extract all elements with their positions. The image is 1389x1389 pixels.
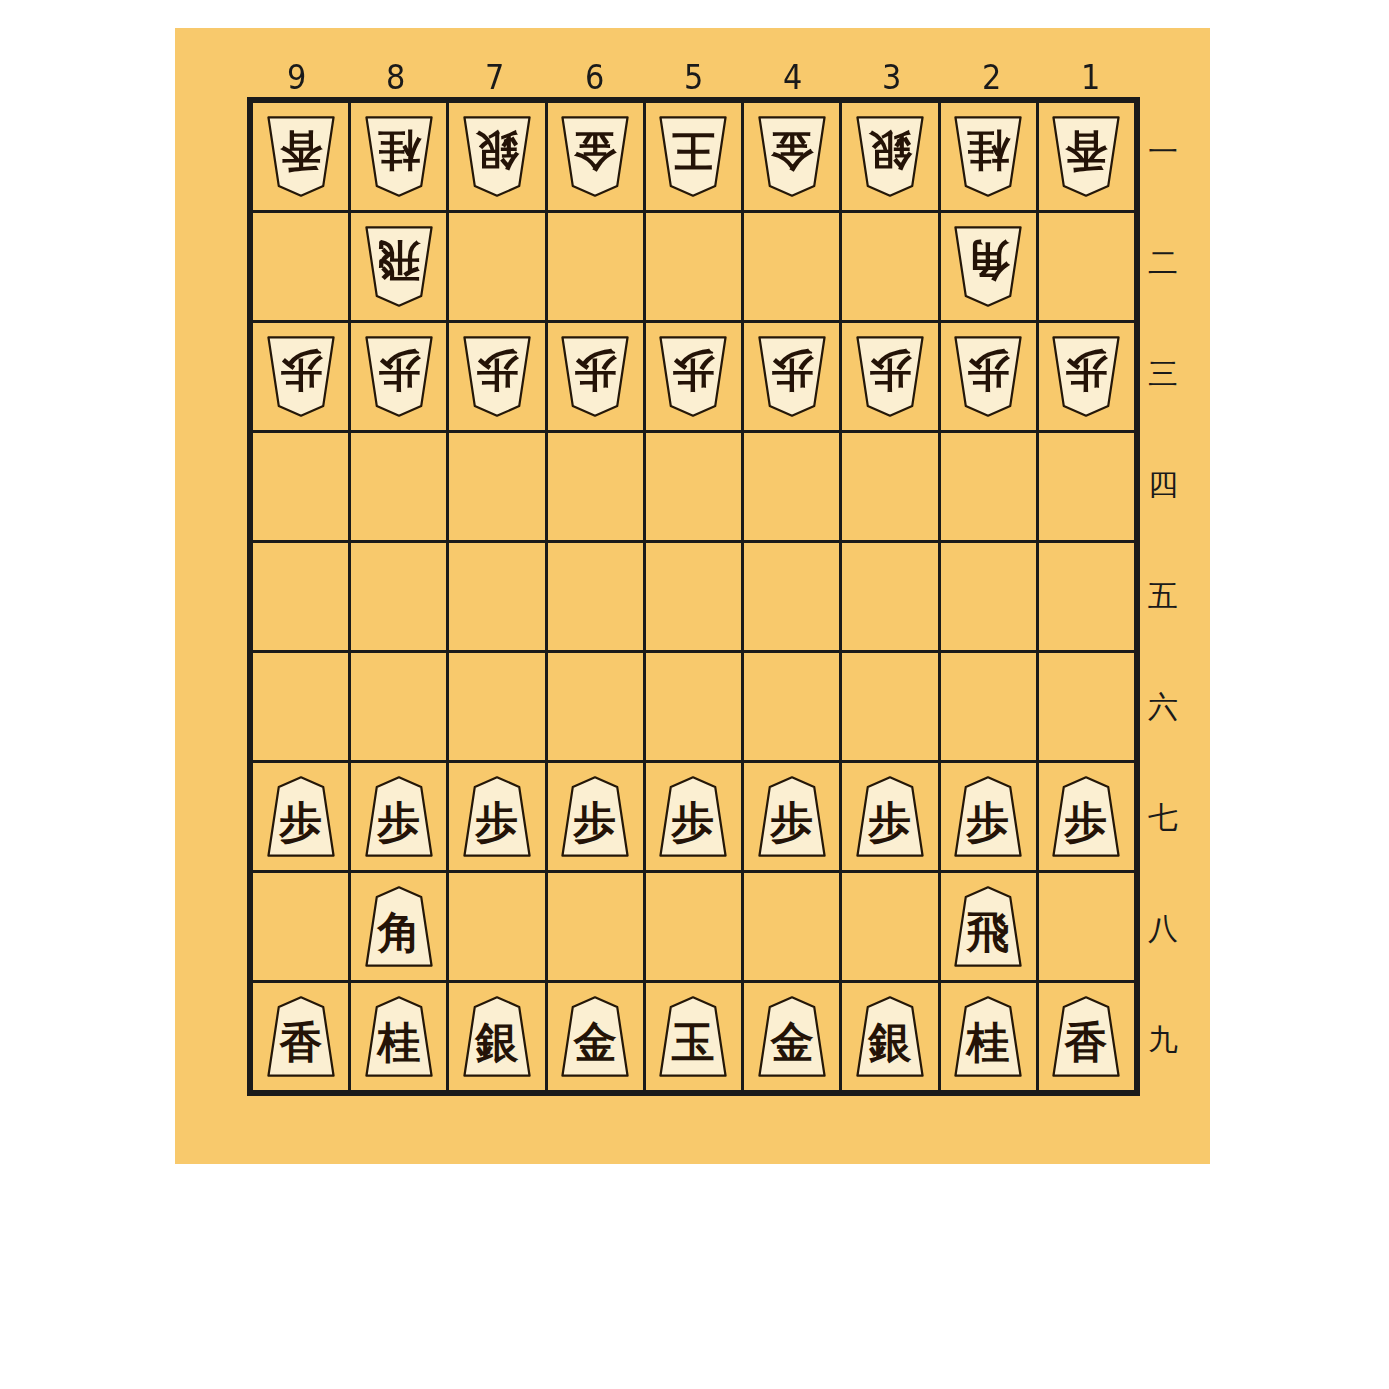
svg-text:歩: 歩 <box>868 346 912 396</box>
square-76[interactable] <box>449 653 544 760</box>
svg-text:桂: 桂 <box>377 126 422 176</box>
file-label: 8 <box>350 54 441 100</box>
piece-lance-gote[interactable]: 香 <box>264 114 338 199</box>
svg-text:歩: 歩 <box>966 797 1010 847</box>
svg-text:角: 角 <box>967 236 1011 286</box>
square-22[interactable]: 角 <box>941 213 1036 320</box>
square-73[interactable]: 歩 <box>449 323 544 430</box>
svg-text:香: 香 <box>1064 1017 1108 1067</box>
square-31[interactable]: 銀 <box>842 103 937 210</box>
file-label: 4 <box>747 54 838 100</box>
square-13[interactable]: 歩 <box>1039 323 1134 430</box>
rank-label: 四 <box>1138 430 1188 541</box>
piece-gold-sente[interactable]: 金 <box>558 994 632 1079</box>
piece-pawn-sente[interactable]: 歩 <box>362 774 436 859</box>
piece-pawn-sente[interactable]: 歩 <box>460 774 534 859</box>
square-67[interactable]: 歩 <box>548 763 643 870</box>
shogi-diagram: 987654321 香桂銀金王金銀桂香飛角歩歩歩歩歩歩歩歩歩歩歩歩歩歩歩歩歩歩角… <box>0 0 1389 1389</box>
square-35[interactable] <box>842 543 937 650</box>
square-46[interactable] <box>744 653 839 760</box>
square-15[interactable] <box>1039 543 1134 650</box>
svg-text:香: 香 <box>278 1017 322 1067</box>
rank-label: 五 <box>1138 541 1188 652</box>
svg-text:銀: 銀 <box>866 1017 911 1067</box>
square-64[interactable] <box>548 433 643 540</box>
piece-gold-gote[interactable]: 金 <box>755 114 829 199</box>
piece-silver-gote[interactable]: 銀 <box>460 114 534 199</box>
square-88[interactable]: 角 <box>351 873 446 980</box>
square-24[interactable] <box>941 433 1036 540</box>
svg-text:歩: 歩 <box>867 797 911 847</box>
svg-text:角: 角 <box>376 907 420 957</box>
square-89[interactable]: 桂 <box>351 983 446 1090</box>
square-43[interactable]: 歩 <box>744 323 839 430</box>
svg-text:歩: 歩 <box>279 346 323 396</box>
svg-text:歩: 歩 <box>377 346 421 396</box>
piece-pawn-sente[interactable]: 歩 <box>264 774 338 859</box>
square-53[interactable]: 歩 <box>646 323 741 430</box>
square-96[interactable] <box>253 653 348 760</box>
svg-text:銀: 銀 <box>474 1017 519 1067</box>
rank-label: 七 <box>1138 763 1188 874</box>
svg-text:飛: 飛 <box>966 907 1010 957</box>
file-label: 5 <box>648 54 739 100</box>
svg-text:玉: 玉 <box>672 1017 715 1067</box>
square-65[interactable] <box>548 543 643 650</box>
square-82[interactable]: 飛 <box>351 213 446 320</box>
rank-label: 三 <box>1138 319 1188 430</box>
square-51[interactable]: 王 <box>646 103 741 210</box>
square-93[interactable]: 歩 <box>253 323 348 430</box>
shogi-board: 987654321 香桂銀金王金銀桂香飛角歩歩歩歩歩歩歩歩歩歩歩歩歩歩歩歩歩歩角… <box>175 28 1210 1164</box>
square-52[interactable] <box>646 213 741 320</box>
piece-knight-gote[interactable]: 桂 <box>951 114 1025 199</box>
legend-row-promoted: と杏圭全馬龍玉 <box>0 1196 1389 1294</box>
square-68[interactable] <box>548 873 643 980</box>
svg-text:銀: 銀 <box>868 126 913 176</box>
square-71[interactable]: 銀 <box>449 103 544 210</box>
piece-knight-sente[interactable]: 桂 <box>951 994 1025 1079</box>
square-91[interactable]: 香 <box>253 103 348 210</box>
svg-text:香: 香 <box>1065 126 1109 176</box>
square-14[interactable] <box>1039 433 1134 540</box>
square-27[interactable]: 歩 <box>941 763 1036 870</box>
piece-pawn-sente[interactable]: 歩 <box>558 774 632 859</box>
square-63[interactable]: 歩 <box>548 323 643 430</box>
square-48[interactable] <box>744 873 839 980</box>
square-42[interactable] <box>744 213 839 320</box>
square-75[interactable] <box>449 543 544 650</box>
piece-pawn-sente[interactable]: 歩 <box>853 774 927 859</box>
svg-text:歩: 歩 <box>376 797 420 847</box>
rank-label: 二 <box>1138 208 1188 319</box>
piece-pawn-sente[interactable]: 歩 <box>951 774 1025 859</box>
square-36[interactable] <box>842 653 937 760</box>
rank-label: 六 <box>1138 652 1188 763</box>
svg-text:歩: 歩 <box>1065 346 1109 396</box>
square-87[interactable]: 歩 <box>351 763 446 870</box>
square-84[interactable] <box>351 433 446 540</box>
square-85[interactable] <box>351 543 446 650</box>
file-label: 2 <box>946 54 1037 100</box>
square-39[interactable]: 銀 <box>842 983 937 1090</box>
svg-text:歩: 歩 <box>967 346 1011 396</box>
svg-text:歩: 歩 <box>769 797 813 847</box>
piece-gold-gote[interactable]: 金 <box>558 114 632 199</box>
svg-text:歩: 歩 <box>475 797 519 847</box>
square-81[interactable]: 桂 <box>351 103 446 210</box>
piece-silver-gote[interactable]: 銀 <box>853 114 927 199</box>
square-66[interactable] <box>548 653 643 760</box>
square-74[interactable] <box>449 433 544 540</box>
square-59[interactable]: 玉 <box>646 983 741 1090</box>
square-95[interactable] <box>253 543 348 650</box>
square-17[interactable]: 歩 <box>1039 763 1134 870</box>
piece-pawn-gote[interactable]: 歩 <box>853 334 927 419</box>
piece-pawn-gote[interactable]: 歩 <box>755 334 829 419</box>
square-61[interactable]: 金 <box>548 103 643 210</box>
square-11[interactable]: 香 <box>1039 103 1134 210</box>
file-label: 7 <box>449 54 540 100</box>
file-label: 1 <box>1045 54 1136 100</box>
square-79[interactable]: 銀 <box>449 983 544 1090</box>
svg-text:歩: 歩 <box>770 346 814 396</box>
file-label: 9 <box>251 54 342 100</box>
file-label: 3 <box>846 54 937 100</box>
svg-text:王: 王 <box>672 126 715 176</box>
board-grid: 香桂銀金王金銀桂香飛角歩歩歩歩歩歩歩歩歩歩歩歩歩歩歩歩歩歩角飛香桂銀金玉金銀桂香 <box>247 97 1140 1096</box>
piece-silver-sente[interactable]: 銀 <box>853 994 927 1079</box>
square-69[interactable]: 金 <box>548 983 643 1090</box>
square-33[interactable]: 歩 <box>842 323 937 430</box>
square-47[interactable]: 歩 <box>744 763 839 870</box>
svg-text:飛: 飛 <box>377 236 421 286</box>
square-38[interactable] <box>842 873 937 980</box>
piece-pawn-sente[interactable]: 歩 <box>1049 774 1123 859</box>
square-18[interactable] <box>1039 873 1134 980</box>
piece-knight-gote[interactable]: 桂 <box>362 114 436 199</box>
svg-text:歩: 歩 <box>671 797 715 847</box>
square-37[interactable]: 歩 <box>842 763 937 870</box>
square-78[interactable] <box>449 873 544 980</box>
piece-pawn-gote[interactable]: 歩 <box>264 334 338 419</box>
square-83[interactable]: 歩 <box>351 323 446 430</box>
square-29[interactable]: 桂 <box>941 983 1036 1090</box>
square-16[interactable] <box>1039 653 1134 760</box>
svg-text:歩: 歩 <box>574 346 618 396</box>
piece-lance-gote[interactable]: 香 <box>1049 114 1123 199</box>
square-49[interactable]: 金 <box>744 983 839 1090</box>
piece-pawn-gote[interactable]: 歩 <box>1049 334 1123 419</box>
svg-text:金: 金 <box>770 126 814 176</box>
rank-labels: 一二三四五六七八九 <box>1138 97 1188 1096</box>
square-62[interactable] <box>548 213 643 320</box>
rank-label: 八 <box>1138 874 1188 985</box>
piece-pawn-gote[interactable]: 歩 <box>951 334 1025 419</box>
square-32[interactable] <box>842 213 937 320</box>
square-57[interactable]: 歩 <box>646 763 741 870</box>
square-56[interactable] <box>646 653 741 760</box>
piece-lance-sente[interactable]: 香 <box>1049 994 1123 1079</box>
square-12[interactable] <box>1039 213 1134 320</box>
piece-pawn-gote[interactable]: 歩 <box>460 334 534 419</box>
svg-text:香: 香 <box>279 126 323 176</box>
square-45[interactable] <box>744 543 839 650</box>
square-94[interactable] <box>253 433 348 540</box>
svg-text:金: 金 <box>574 126 618 176</box>
square-25[interactable] <box>941 543 1036 650</box>
piece-pawn-sente[interactable]: 歩 <box>755 774 829 859</box>
svg-text:金: 金 <box>769 1017 813 1067</box>
file-label: 6 <box>549 54 640 100</box>
piece-bishop-gote[interactable]: 角 <box>951 224 1025 309</box>
svg-text:歩: 歩 <box>1064 797 1108 847</box>
piece-king-sente[interactable]: 玉 <box>656 994 730 1079</box>
square-92[interactable] <box>253 213 348 320</box>
square-41[interactable]: 金 <box>744 103 839 210</box>
rank-label: 九 <box>1138 985 1188 1096</box>
svg-text:歩: 歩 <box>573 797 617 847</box>
svg-text:桂: 桂 <box>965 1017 1010 1067</box>
square-99[interactable]: 香 <box>253 983 348 1090</box>
piece-knight-sente[interactable]: 桂 <box>362 994 436 1079</box>
square-28[interactable]: 飛 <box>941 873 1036 980</box>
svg-text:金: 金 <box>573 1017 617 1067</box>
rank-label: 一 <box>1138 97 1188 208</box>
piece-rook-gote[interactable]: 飛 <box>362 224 436 309</box>
svg-text:歩: 歩 <box>278 797 322 847</box>
piece-pawn-sente[interactable]: 歩 <box>656 774 730 859</box>
piece-king-gote[interactable]: 王 <box>656 114 730 199</box>
square-26[interactable] <box>941 653 1036 760</box>
square-55[interactable] <box>646 543 741 650</box>
square-77[interactable]: 歩 <box>449 763 544 870</box>
square-72[interactable] <box>449 213 544 320</box>
square-54[interactable] <box>646 433 741 540</box>
svg-text:銀: 銀 <box>476 126 521 176</box>
piece-silver-sente[interactable]: 銀 <box>460 994 534 1079</box>
svg-text:歩: 歩 <box>672 346 716 396</box>
piece-lance-sente[interactable]: 香 <box>264 994 338 1079</box>
square-98[interactable] <box>253 873 348 980</box>
piece-gold-sente[interactable]: 金 <box>755 994 829 1079</box>
svg-text:桂: 桂 <box>375 1017 420 1067</box>
piece-pawn-gote[interactable]: 歩 <box>362 334 436 419</box>
piece-rook-sente[interactable]: 飛 <box>951 884 1025 969</box>
piece-legend: 歩香桂銀金角飛王 と杏圭全馬龍玉 <box>0 1185 1389 1294</box>
square-34[interactable] <box>842 433 937 540</box>
svg-text:歩: 歩 <box>476 346 520 396</box>
square-19[interactable]: 香 <box>1039 983 1134 1090</box>
piece-pawn-gote[interactable]: 歩 <box>558 334 632 419</box>
square-21[interactable]: 桂 <box>941 103 1036 210</box>
square-58[interactable] <box>646 873 741 980</box>
square-97[interactable]: 歩 <box>253 763 348 870</box>
square-86[interactable] <box>351 653 446 760</box>
svg-text:桂: 桂 <box>967 126 1012 176</box>
piece-pawn-gote[interactable]: 歩 <box>656 334 730 419</box>
square-44[interactable] <box>744 433 839 540</box>
square-23[interactable]: 歩 <box>941 323 1036 430</box>
file-labels: 987654321 <box>247 54 1140 100</box>
piece-bishop-sente[interactable]: 角 <box>362 884 436 969</box>
